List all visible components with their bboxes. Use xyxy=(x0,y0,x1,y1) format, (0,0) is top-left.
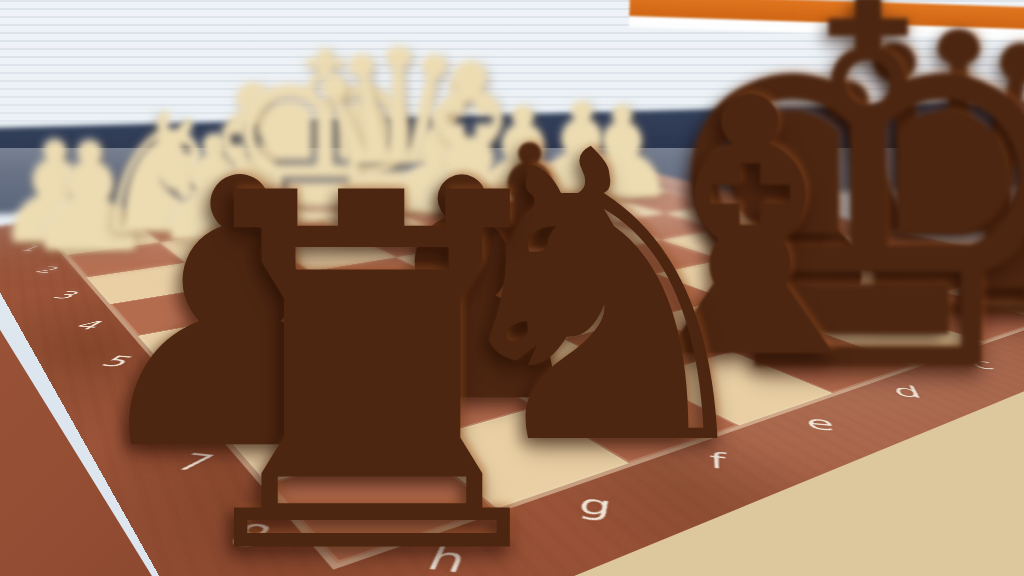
chess-photo-scene: 12345678abcdefgh ♟♟♞♟♝♚♛♟♝♟♟♟♟♟♝♛♚♝♟♟♞♜ xyxy=(0,0,1024,576)
pieces-layer: ♟♟♞♟♝♚♛♟♝♟♟♟♟♟♝♛♚♝♟♟♞♜ xyxy=(0,0,1024,576)
black-rook-g7: ♜ xyxy=(152,132,591,576)
